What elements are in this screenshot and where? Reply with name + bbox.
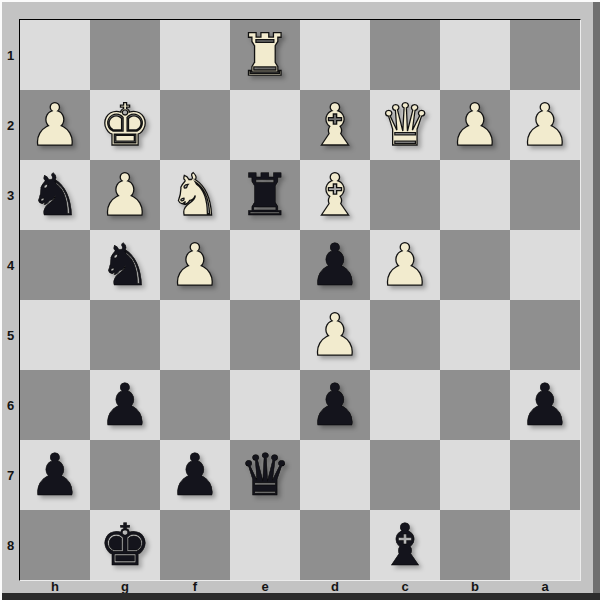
square-c3[interactable] — [370, 160, 440, 230]
square-g2[interactable]: ♚ — [90, 90, 160, 160]
piece-black-pawn: ♟ — [29, 440, 81, 510]
square-d4[interactable]: ♟ — [300, 230, 370, 300]
chess-board-outline: ♜♟♚♝♛♟♟♞♟♞♜♝♞♟♟♟♟♟♟♟♟♟♛♚♝ — [19, 19, 581, 581]
piece-white-pawn: ♟ — [309, 300, 361, 370]
piece-white-bishop: ♝ — [309, 90, 361, 160]
square-f4[interactable]: ♟ — [160, 230, 230, 300]
piece-white-queen: ♛ — [379, 90, 431, 160]
piece-white-pawn: ♟ — [169, 230, 221, 300]
bevel-bottom-edge — [2, 593, 600, 600]
piece-white-king: ♚ — [99, 90, 151, 160]
square-g8[interactable]: ♚ — [90, 510, 160, 580]
piece-black-pawn: ♟ — [309, 370, 361, 440]
file-label-h: h — [20, 579, 90, 594]
square-e2[interactable] — [230, 90, 300, 160]
piece-black-pawn: ♟ — [309, 230, 361, 300]
file-labels-row: hgfedcba — [20, 579, 580, 594]
square-b8[interactable] — [440, 510, 510, 580]
square-b5[interactable] — [440, 300, 510, 370]
chess-diagram-frame: 12345678 ♜♟♚♝♛♟♟♞♟♞♜♝♞♟♟♟♟♟♟♟♟♟♛♚♝ hgfed… — [0, 0, 600, 600]
square-a3[interactable] — [510, 160, 580, 230]
piece-white-pawn: ♟ — [519, 90, 571, 160]
square-b7[interactable] — [440, 440, 510, 510]
square-d2[interactable]: ♝ — [300, 90, 370, 160]
square-g5[interactable] — [90, 300, 160, 370]
square-b1[interactable] — [440, 20, 510, 90]
square-h8[interactable] — [20, 510, 90, 580]
piece-black-rook: ♜ — [239, 160, 291, 230]
piece-white-pawn: ♟ — [99, 160, 151, 230]
square-a1[interactable] — [510, 20, 580, 90]
square-h5[interactable] — [20, 300, 90, 370]
file-label-d: d — [300, 579, 370, 594]
square-c2[interactable]: ♛ — [370, 90, 440, 160]
square-b6[interactable] — [440, 370, 510, 440]
piece-black-pawn: ♟ — [99, 370, 151, 440]
rank-label-6: 6 — [2, 370, 19, 440]
square-e3[interactable]: ♜ — [230, 160, 300, 230]
piece-black-pawn: ♟ — [519, 370, 571, 440]
square-g7[interactable] — [90, 440, 160, 510]
square-c6[interactable] — [370, 370, 440, 440]
square-g4[interactable]: ♞ — [90, 230, 160, 300]
piece-black-pawn: ♟ — [169, 440, 221, 510]
square-h4[interactable] — [20, 230, 90, 300]
square-h2[interactable]: ♟ — [20, 90, 90, 160]
square-e5[interactable] — [230, 300, 300, 370]
file-label-e: e — [230, 579, 300, 594]
square-h7[interactable]: ♟ — [20, 440, 90, 510]
square-d5[interactable]: ♟ — [300, 300, 370, 370]
piece-white-pawn: ♟ — [449, 90, 501, 160]
chess-board: ♜♟♚♝♛♟♟♞♟♞♜♝♞♟♟♟♟♟♟♟♟♟♛♚♝ — [20, 20, 580, 580]
rank-label-4: 4 — [2, 230, 19, 300]
square-a7[interactable] — [510, 440, 580, 510]
square-a5[interactable] — [510, 300, 580, 370]
square-d8[interactable] — [300, 510, 370, 580]
square-b3[interactable] — [440, 160, 510, 230]
square-f6[interactable] — [160, 370, 230, 440]
piece-white-knight: ♞ — [169, 160, 221, 230]
bevel-top-edge — [0, 0, 600, 2]
file-label-b: b — [440, 579, 510, 594]
square-c4[interactable]: ♟ — [370, 230, 440, 300]
rank-label-5: 5 — [2, 300, 19, 370]
square-a4[interactable] — [510, 230, 580, 300]
square-d1[interactable] — [300, 20, 370, 90]
file-label-a: a — [510, 579, 580, 594]
square-d3[interactable]: ♝ — [300, 160, 370, 230]
square-e6[interactable] — [230, 370, 300, 440]
square-c7[interactable] — [370, 440, 440, 510]
piece-black-king: ♚ — [99, 510, 151, 580]
square-a6[interactable]: ♟ — [510, 370, 580, 440]
square-c5[interactable] — [370, 300, 440, 370]
rank-label-8: 8 — [2, 510, 19, 580]
piece-black-queen: ♛ — [239, 440, 291, 510]
piece-black-bishop: ♝ — [379, 510, 431, 580]
square-f1[interactable] — [160, 20, 230, 90]
file-label-f: f — [160, 579, 230, 594]
rank-label-3: 3 — [2, 160, 19, 230]
piece-white-bishop: ♝ — [309, 160, 361, 230]
piece-white-rook: ♜ — [239, 20, 291, 90]
bevel-right-edge — [593, 2, 600, 600]
file-label-g: g — [90, 579, 160, 594]
square-d6[interactable]: ♟ — [300, 370, 370, 440]
square-g6[interactable]: ♟ — [90, 370, 160, 440]
piece-black-knight: ♞ — [29, 160, 81, 230]
square-b2[interactable]: ♟ — [440, 90, 510, 160]
square-g3[interactable]: ♟ — [90, 160, 160, 230]
rank-label-7: 7 — [2, 440, 19, 510]
square-h3[interactable]: ♞ — [20, 160, 90, 230]
square-f5[interactable] — [160, 300, 230, 370]
rank-labels-column: 12345678 — [2, 20, 19, 580]
square-h1[interactable] — [20, 20, 90, 90]
square-h6[interactable] — [20, 370, 90, 440]
rank-label-2: 2 — [2, 90, 19, 160]
square-c8[interactable]: ♝ — [370, 510, 440, 580]
square-e1[interactable]: ♜ — [230, 20, 300, 90]
square-a2[interactable]: ♟ — [510, 90, 580, 160]
square-e4[interactable] — [230, 230, 300, 300]
square-a8[interactable] — [510, 510, 580, 580]
rank-label-1: 1 — [2, 20, 19, 90]
square-g1[interactable] — [90, 20, 160, 90]
piece-white-pawn: ♟ — [29, 90, 81, 160]
square-f3[interactable]: ♞ — [160, 160, 230, 230]
square-f2[interactable] — [160, 90, 230, 160]
square-e7[interactable]: ♛ — [230, 440, 300, 510]
square-e8[interactable] — [230, 510, 300, 580]
square-c1[interactable] — [370, 20, 440, 90]
piece-black-knight: ♞ — [99, 230, 151, 300]
bevel-left-edge — [0, 0, 2, 600]
square-f8[interactable] — [160, 510, 230, 580]
square-d7[interactable] — [300, 440, 370, 510]
piece-white-pawn: ♟ — [379, 230, 431, 300]
file-label-c: c — [370, 579, 440, 594]
square-b4[interactable] — [440, 230, 510, 300]
square-f7[interactable]: ♟ — [160, 440, 230, 510]
